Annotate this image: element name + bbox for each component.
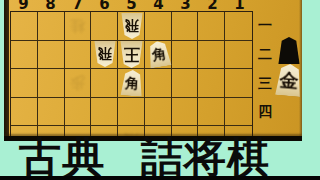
board-square <box>11 12 38 41</box>
caption-left: 古典 <box>19 135 105 180</box>
board-square <box>198 69 225 98</box>
rank-label: 一 <box>256 17 274 35</box>
piece-kanji: 王 <box>124 46 140 62</box>
rank-label: 四 <box>256 103 274 121</box>
piece-kanji: 飛 <box>98 47 112 61</box>
board-square <box>172 98 199 127</box>
board-square <box>172 41 199 70</box>
caption-right: 詰将棋 <box>141 135 270 180</box>
board-square <box>172 69 199 98</box>
board-square <box>38 69 65 98</box>
hand-piece-gold: 金 <box>275 63 302 97</box>
board-square <box>225 12 252 41</box>
sente-hand-indicator-icon <box>278 37 300 64</box>
piece-kanji: 金 <box>279 70 300 91</box>
rank-label: 三 <box>256 75 274 93</box>
board-square <box>225 41 252 70</box>
board-square <box>65 41 92 70</box>
board-square <box>91 12 118 41</box>
board-square <box>198 98 225 127</box>
board-square <box>145 12 172 41</box>
video-caption: 古典詰将棋 <box>19 137 270 179</box>
board-square <box>172 12 199 41</box>
board-square <box>38 41 65 70</box>
board-square <box>145 69 172 98</box>
board-square <box>91 69 118 98</box>
board-right-edge <box>299 0 302 141</box>
board-left-edge <box>4 0 9 141</box>
bottom-black-bar <box>0 176 320 180</box>
piece-kanji: 飛 <box>125 19 139 33</box>
board-square <box>225 69 252 98</box>
board-square <box>11 98 38 127</box>
board-square <box>198 12 225 41</box>
shogi-board-photo: 987654321 一二三四 飛飛王角角 桂歩飛 金 <box>4 0 302 141</box>
board-reflection-smudge: 歩 <box>70 75 85 90</box>
board-square <box>11 41 38 70</box>
board-square <box>38 12 65 41</box>
board-square <box>145 98 172 127</box>
rank-label: 二 <box>256 46 274 64</box>
board-square <box>198 41 225 70</box>
board-square <box>225 98 252 127</box>
board-square <box>91 98 118 127</box>
board-square <box>11 69 38 98</box>
board-square <box>38 98 65 127</box>
board-square <box>118 98 145 127</box>
board-reflection-smudge: 桂 <box>70 18 85 33</box>
piece-kanji: 角 <box>150 46 166 62</box>
piece-kanji: 角 <box>124 76 139 91</box>
board-square <box>65 98 92 127</box>
